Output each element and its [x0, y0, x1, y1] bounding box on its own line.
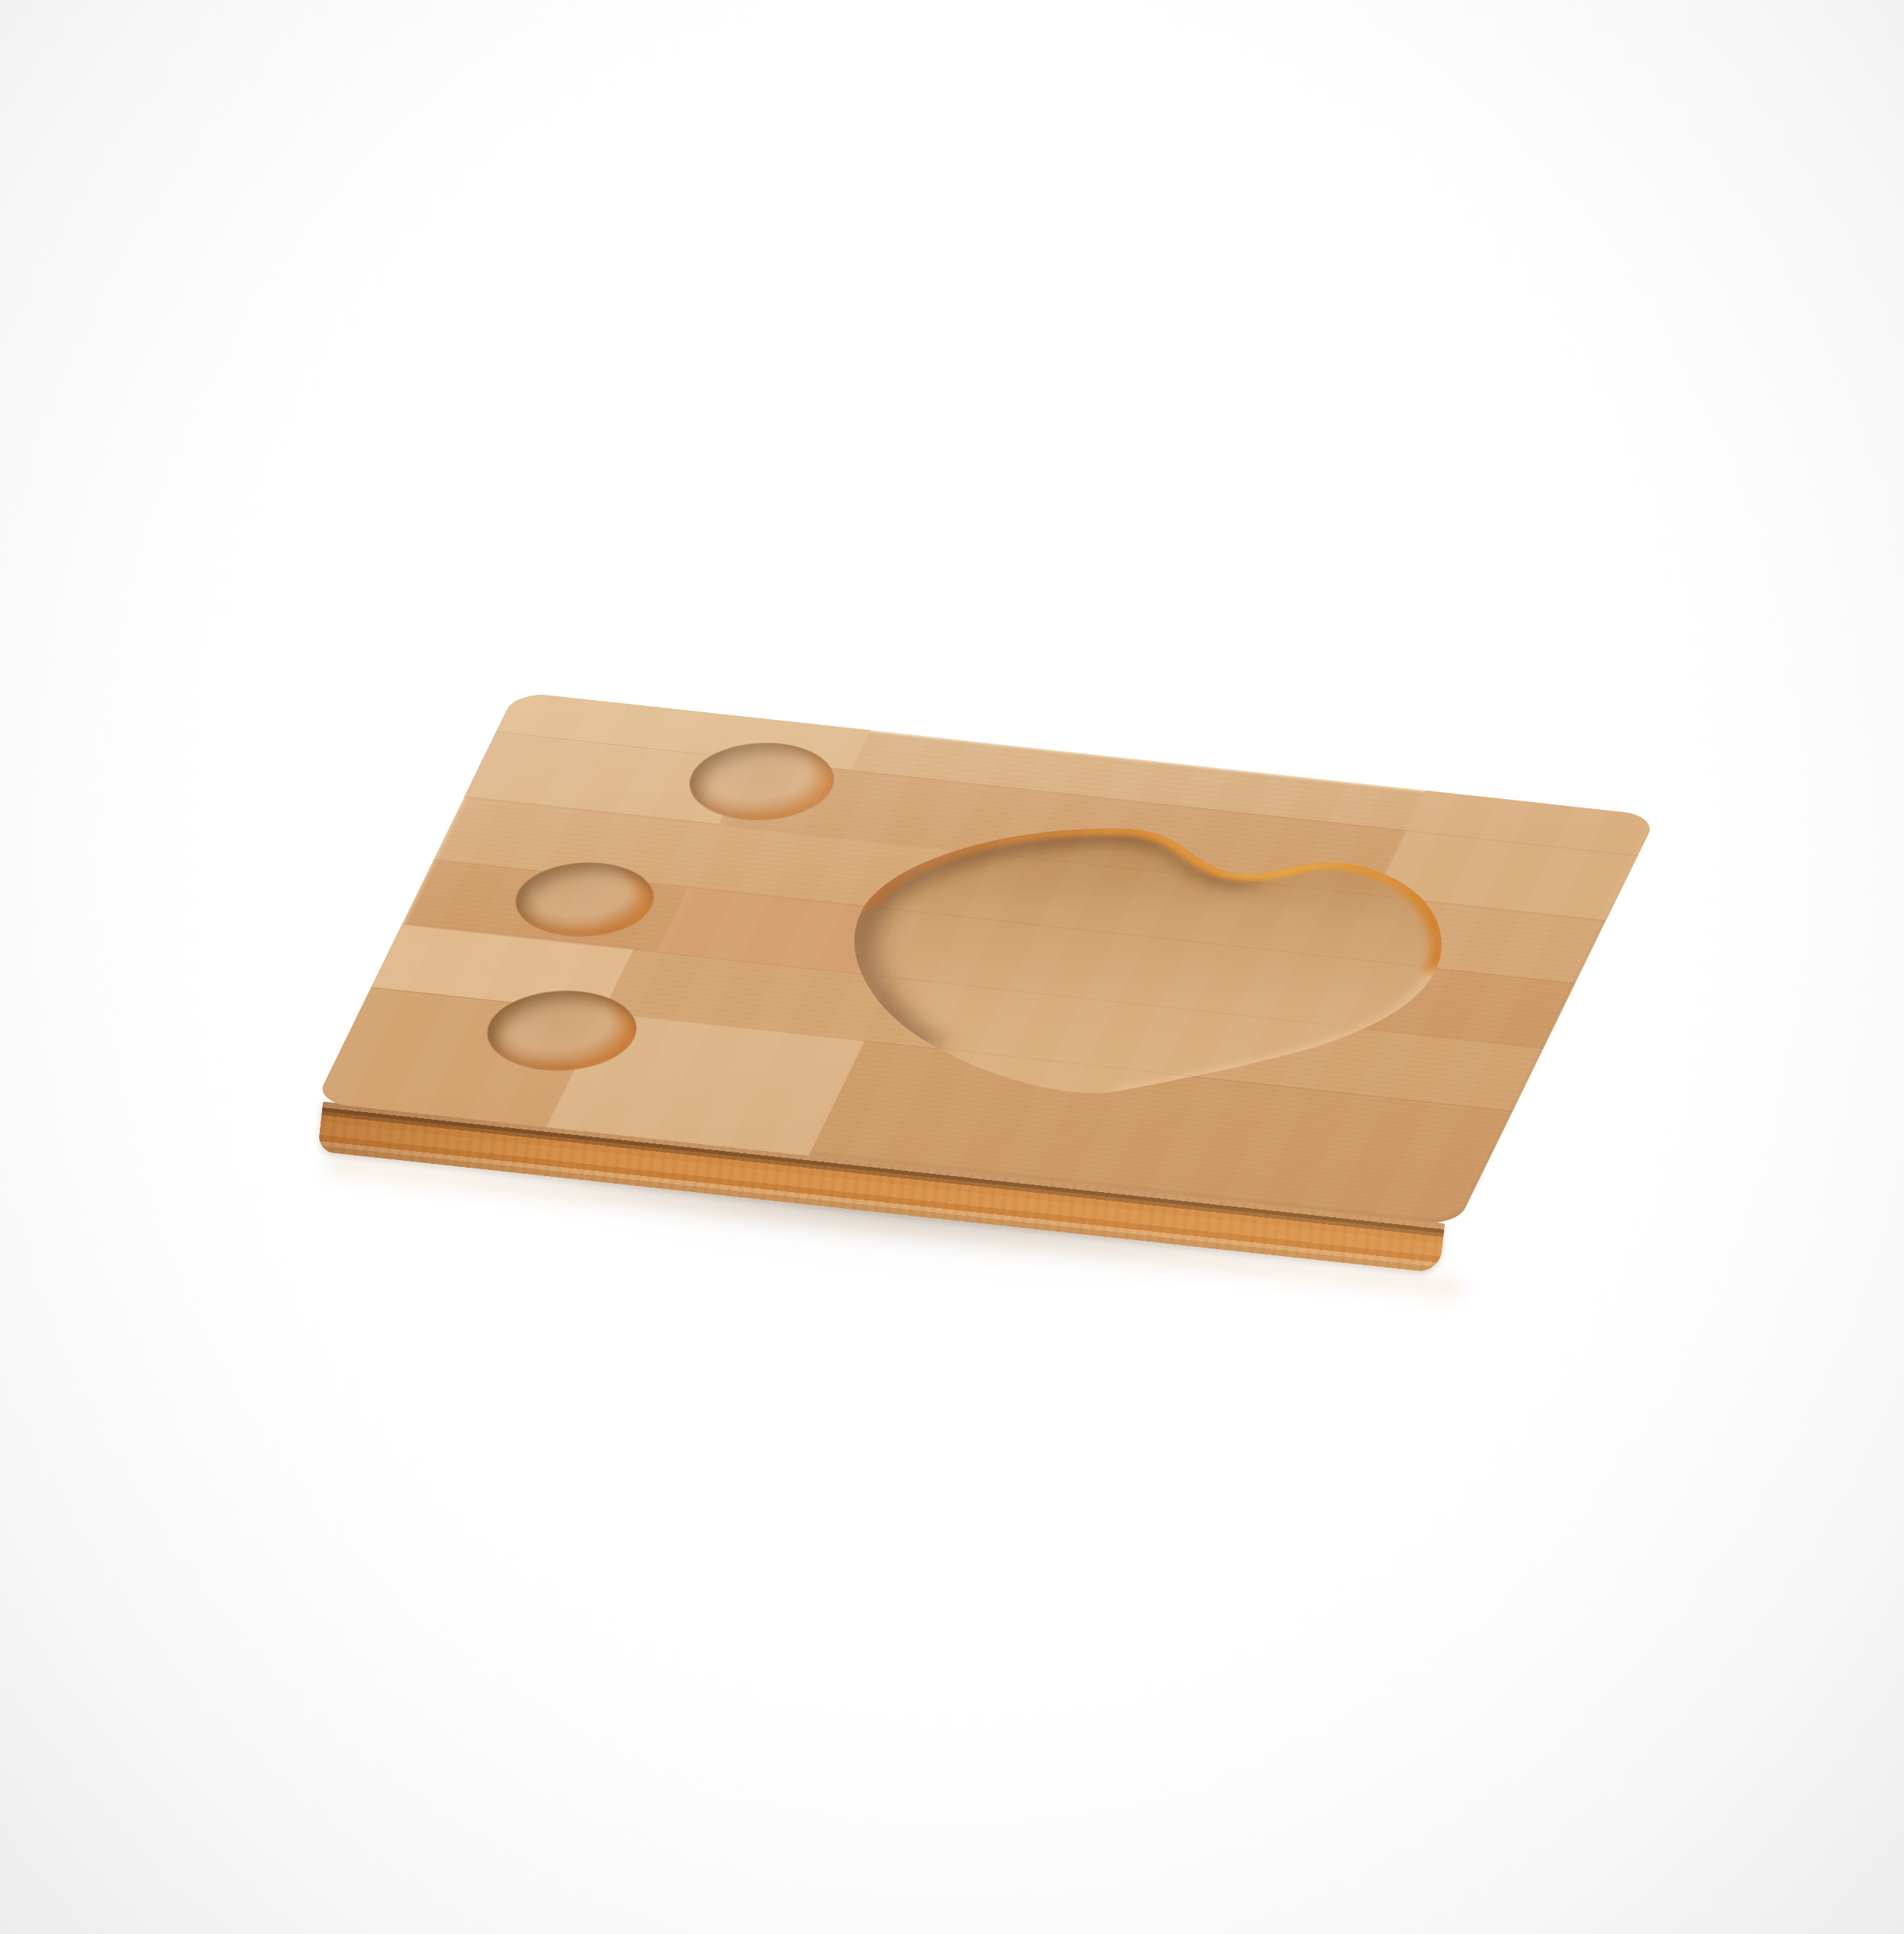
background [0, 0, 1904, 1934]
